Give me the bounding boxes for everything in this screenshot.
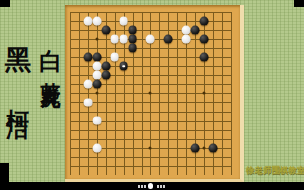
black-stone — [92, 80, 101, 89]
white-stone — [110, 53, 119, 62]
white-stone — [146, 35, 155, 44]
playback-left-ticks — [138, 185, 146, 188]
watermark-text: 徐老师围棋教室 — [246, 165, 304, 177]
go-grid — [70, 12, 232, 175]
playback-right-ticks — [157, 185, 165, 188]
white-stone — [92, 17, 101, 26]
star-point — [203, 92, 206, 95]
white-stone — [92, 143, 101, 152]
corner-artifact-bottom-left — [0, 163, 9, 183]
white-stone — [83, 80, 92, 89]
black-stone — [164, 35, 173, 44]
black-stone — [191, 143, 200, 152]
black-stone — [101, 62, 110, 71]
black-stone — [209, 143, 218, 152]
star-point — [149, 92, 152, 95]
star-point — [149, 146, 152, 149]
black-stone — [200, 17, 209, 26]
black-stone — [200, 53, 209, 62]
go-board[interactable] — [65, 5, 244, 182]
white-stone — [119, 17, 128, 26]
star-point — [95, 38, 98, 41]
black-stone — [128, 35, 137, 44]
black-player-name: 柯洁 — [6, 90, 29, 104]
black-stone — [128, 44, 137, 53]
black-stone — [119, 62, 128, 71]
star-point — [95, 92, 98, 95]
white-stone — [110, 35, 119, 44]
black-stone — [101, 71, 110, 80]
white-stone — [83, 98, 92, 107]
last-move-marker — [122, 65, 125, 68]
black-stone — [101, 26, 110, 35]
black-stone — [92, 53, 101, 62]
playback-bar[interactable] — [0, 182, 304, 190]
white-stone — [92, 71, 101, 80]
white-stone — [182, 26, 191, 35]
corner-artifact-top-right — [294, 0, 304, 7]
white-player-name: 芝野虎丸 — [41, 67, 61, 75]
video-frame: 黑 柯洁 白 芝野虎丸 徐老师围棋教室 — [0, 0, 304, 190]
corner-artifact-top-left — [0, 0, 10, 7]
black-stone — [191, 26, 200, 35]
playback-knob-icon[interactable] — [148, 183, 153, 188]
white-stone — [182, 35, 191, 44]
white-stone — [92, 62, 101, 71]
black-stone — [83, 53, 92, 62]
black-stone — [128, 26, 137, 35]
white-stone — [92, 116, 101, 125]
star-point — [203, 146, 206, 149]
black-stone — [200, 35, 209, 44]
white-stone — [83, 17, 92, 26]
white-stone — [119, 35, 128, 44]
